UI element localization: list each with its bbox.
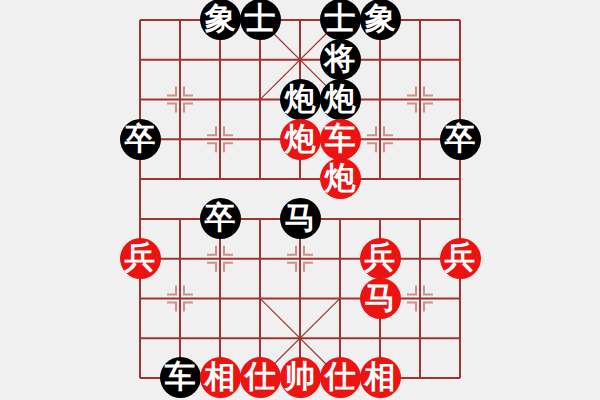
- piece-glyph: 炮: [285, 123, 316, 154]
- piece-black-cannon[interactable]: 炮: [320, 79, 361, 120]
- piece-red-advisor[interactable]: 仕: [240, 357, 281, 398]
- piece-red-soldier[interactable]: 兵: [120, 238, 161, 279]
- piece-black-general[interactable]: 将: [320, 39, 361, 80]
- piece-red-chariot[interactable]: 车: [320, 119, 361, 160]
- piece-glyph: 象: [205, 3, 236, 34]
- piece-black-elephant[interactable]: 象: [200, 0, 241, 40]
- piece-black-soldier[interactable]: 卒: [200, 198, 241, 239]
- piece-black-horse[interactable]: 马: [280, 198, 321, 239]
- piece-black-soldier[interactable]: 卒: [120, 119, 161, 160]
- piece-glyph: 车: [165, 361, 196, 392]
- piece-black-elephant[interactable]: 象: [360, 0, 401, 40]
- piece-glyph: 帅: [285, 361, 316, 392]
- piece-glyph: 炮: [285, 83, 316, 114]
- piece-glyph: 相: [365, 361, 396, 392]
- piece-red-general[interactable]: 帅: [280, 357, 321, 398]
- piece-red-soldier[interactable]: 兵: [360, 238, 401, 279]
- piece-glyph: 兵: [445, 242, 476, 273]
- piece-glyph: 马: [285, 202, 316, 233]
- piece-red-cannon[interactable]: 炮: [280, 119, 321, 160]
- piece-glyph: 将: [325, 43, 356, 74]
- piece-red-elephant[interactable]: 相: [360, 357, 401, 398]
- piece-glyph: 车: [325, 123, 356, 154]
- xiangqi-board[interactable]: 象士士象将炮炮卒炮车卒炮卒马兵兵兵马车相仕帅仕相: [120, 0, 480, 398]
- piece-black-advisor[interactable]: 士: [240, 0, 281, 40]
- piece-red-advisor[interactable]: 仕: [320, 357, 361, 398]
- piece-black-advisor[interactable]: 士: [320, 0, 361, 40]
- piece-red-horse[interactable]: 马: [360, 278, 401, 319]
- piece-glyph: 仕: [245, 361, 276, 392]
- piece-red-elephant[interactable]: 相: [200, 357, 241, 398]
- piece-glyph: 卒: [205, 202, 236, 233]
- piece-black-cannon[interactable]: 炮: [280, 79, 321, 120]
- piece-glyph: 士: [325, 3, 356, 34]
- piece-glyph: 士: [245, 3, 276, 34]
- piece-glyph: 卒: [125, 123, 156, 154]
- piece-red-soldier[interactable]: 兵: [440, 238, 481, 279]
- piece-glyph: 兵: [365, 242, 396, 273]
- piece-glyph: 炮: [325, 162, 356, 193]
- piece-black-soldier[interactable]: 卒: [440, 119, 481, 160]
- piece-glyph: 相: [205, 361, 236, 392]
- xiangqi-diagram: 象士士象将炮炮卒炮车卒炮卒马兵兵兵马车相仕帅仕相: [0, 0, 600, 400]
- piece-glyph: 象: [365, 3, 396, 34]
- piece-glyph: 炮: [325, 83, 356, 114]
- piece-glyph: 卒: [445, 123, 476, 154]
- piece-black-chariot[interactable]: 车: [160, 357, 201, 398]
- piece-glyph: 仕: [325, 361, 356, 392]
- piece-red-cannon[interactable]: 炮: [320, 158, 361, 199]
- piece-glyph: 马: [365, 282, 396, 313]
- piece-glyph: 兵: [125, 242, 156, 273]
